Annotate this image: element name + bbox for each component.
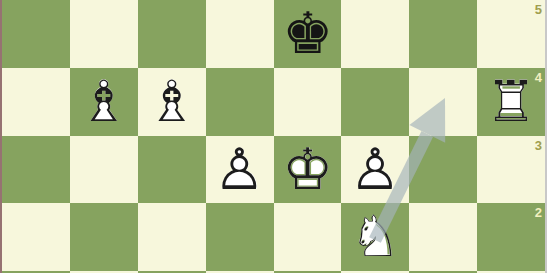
chess-board-screenshot: ♚♝♗♝♗♜♖♟♙♚♔♟♙♞♘ 5432 bbox=[0, 0, 547, 273]
square-d5[interactable] bbox=[206, 0, 274, 68]
square-c3[interactable] bbox=[138, 136, 206, 204]
piece-outline: ♙ bbox=[206, 136, 274, 204]
square-g3[interactable] bbox=[409, 136, 477, 204]
square-b2[interactable] bbox=[70, 203, 138, 271]
piece-outline: ♔ bbox=[274, 136, 342, 204]
square-g2[interactable] bbox=[409, 203, 477, 271]
piece-outline: ♘ bbox=[341, 203, 409, 271]
square-g4[interactable] bbox=[409, 68, 477, 136]
square-f5[interactable] bbox=[341, 0, 409, 68]
piece-outline: ♙ bbox=[341, 136, 409, 204]
white-bishop[interactable]: ♝♗ bbox=[70, 68, 138, 136]
square-f2[interactable]: ♞♘ bbox=[341, 203, 409, 271]
square-e2[interactable] bbox=[274, 203, 342, 271]
square-a3[interactable] bbox=[2, 136, 70, 204]
white-king[interactable]: ♚♔ bbox=[274, 136, 342, 204]
square-c5[interactable] bbox=[138, 0, 206, 68]
square-b3[interactable] bbox=[70, 136, 138, 204]
square-b4[interactable]: ♝♗ bbox=[70, 68, 138, 136]
left-edge-stripe bbox=[0, 0, 2, 273]
square-e3[interactable]: ♚♔ bbox=[274, 136, 342, 204]
white-knight[interactable]: ♞♘ bbox=[341, 203, 409, 271]
square-f4[interactable] bbox=[341, 68, 409, 136]
rank-label-3: 3 bbox=[535, 139, 542, 153]
square-b5[interactable] bbox=[70, 0, 138, 68]
white-pawn[interactable]: ♟♙ bbox=[341, 136, 409, 204]
white-bishop[interactable]: ♝♗ bbox=[138, 68, 206, 136]
square-e4[interactable] bbox=[274, 68, 342, 136]
piece-fill: ♚ bbox=[274, 0, 342, 68]
square-d2[interactable] bbox=[206, 203, 274, 271]
rank-label-4: 4 bbox=[535, 71, 542, 85]
square-d3[interactable]: ♟♙ bbox=[206, 136, 274, 204]
rank-label-2: 2 bbox=[535, 206, 542, 220]
rank-label-5: 5 bbox=[535, 3, 542, 17]
square-f3[interactable]: ♟♙ bbox=[341, 136, 409, 204]
white-pawn[interactable]: ♟♙ bbox=[206, 136, 274, 204]
square-d4[interactable] bbox=[206, 68, 274, 136]
square-c4[interactable]: ♝♗ bbox=[138, 68, 206, 136]
square-a2[interactable] bbox=[2, 203, 70, 271]
square-g5[interactable] bbox=[409, 0, 477, 68]
square-a4[interactable] bbox=[2, 68, 70, 136]
chess-board: ♚♝♗♝♗♜♖♟♙♚♔♟♙♞♘ bbox=[2, 0, 545, 273]
piece-outline: ♗ bbox=[70, 68, 138, 136]
square-e5[interactable]: ♚ bbox=[274, 0, 342, 68]
black-king[interactable]: ♚ bbox=[274, 0, 342, 68]
square-a5[interactable] bbox=[2, 0, 70, 68]
square-c2[interactable] bbox=[138, 203, 206, 271]
piece-outline: ♗ bbox=[138, 68, 206, 136]
